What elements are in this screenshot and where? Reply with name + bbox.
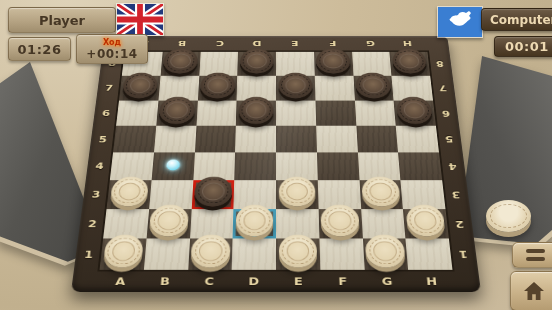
file-label-c: C [200, 36, 238, 52]
square-g3[interactable] [359, 180, 403, 209]
player-clock: 01:26 [8, 37, 71, 61]
square-h2[interactable] [403, 209, 449, 239]
file-label-e: E [276, 36, 314, 52]
rank-label-7: 7 [430, 76, 456, 101]
computer-name-bar: Computer [481, 8, 552, 31]
square-d5[interactable] [235, 126, 276, 153]
file-labels-top: ABCDEFGH [125, 36, 428, 52]
black-piece-e7[interactable] [278, 72, 313, 98]
square-h1[interactable] [406, 239, 453, 270]
square-e5[interactable] [276, 126, 317, 153]
square-g1[interactable] [362, 239, 408, 270]
square-g6[interactable] [354, 100, 395, 126]
board: ABCDEFGH ABCDEFGH 87654321 87654321 [71, 36, 481, 292]
square-h6[interactable] [394, 100, 436, 126]
rank-label-3: 3 [82, 180, 110, 209]
player-name-bar: Player [8, 7, 116, 33]
board-frame: ABCDEFGH ABCDEFGH 87654321 87654321 [71, 36, 481, 292]
square-c5[interactable] [195, 126, 237, 153]
player-flag-united-kingdom [116, 3, 164, 36]
square-b1[interactable] [144, 239, 190, 270]
black-piece-c3[interactable] [194, 177, 232, 207]
square-a5[interactable] [113, 126, 156, 153]
white-piece-a3[interactable] [109, 177, 149, 207]
square-e3[interactable] [276, 180, 318, 209]
square-e6[interactable] [276, 100, 316, 126]
square-b6[interactable] [156, 100, 197, 126]
square-h4[interactable] [398, 152, 442, 180]
rank-label-3: 3 [442, 180, 470, 209]
square-f2[interactable] [318, 209, 362, 239]
square-f1[interactable] [319, 239, 364, 270]
square-c1[interactable] [188, 239, 233, 270]
square-d6[interactable] [236, 100, 276, 126]
black-piece-b6[interactable] [159, 97, 196, 124]
menu-icon [526, 249, 545, 261]
square-h5[interactable] [396, 126, 439, 153]
square-e1[interactable] [276, 239, 320, 270]
square-c3[interactable] [191, 180, 234, 209]
square-d2[interactable] [233, 209, 276, 239]
black-piece-f8[interactable] [316, 49, 351, 74]
computer-clock-time: 00:01 [505, 39, 549, 54]
home-button[interactable] [510, 271, 552, 310]
move-timer-box: Ход +00:14 [76, 34, 148, 64]
file-label-f: F [320, 270, 365, 292]
square-c7[interactable] [198, 76, 238, 101]
square-b4[interactable] [151, 152, 194, 180]
square-f7[interactable] [315, 76, 355, 101]
white-piece-c1[interactable] [191, 235, 231, 267]
black-piece-b8[interactable] [163, 49, 198, 74]
square-d8[interactable] [237, 52, 276, 76]
computer-name: Computer [490, 13, 552, 27]
square-d4[interactable] [234, 152, 276, 180]
move-timer-value: +00:14 [86, 48, 137, 60]
rank-label-1: 1 [74, 239, 103, 270]
square-f8[interactable] [314, 52, 353, 76]
file-label-g: G [351, 36, 390, 52]
white-piece-d2[interactable] [235, 205, 273, 236]
file-label-h: H [408, 270, 455, 292]
square-g5[interactable] [356, 126, 398, 153]
computer-clock: 00:01 [494, 36, 552, 57]
file-labels-bottom: ABCDEFGH [97, 270, 455, 292]
square-h8[interactable] [390, 52, 431, 76]
black-piece-a7[interactable] [122, 72, 159, 98]
rank-label-5: 5 [89, 126, 116, 153]
move-label: Ход [103, 39, 121, 47]
white-piece-h2[interactable] [405, 205, 446, 236]
black-piece-h8[interactable] [392, 49, 428, 74]
rank-label-4: 4 [86, 152, 113, 180]
square-a1[interactable] [100, 239, 147, 270]
square-g7[interactable] [353, 76, 394, 101]
rank-label-1: 1 [449, 239, 478, 270]
file-label-e: E [276, 270, 321, 292]
white-piece-b2[interactable] [149, 205, 189, 236]
square-e7[interactable] [276, 76, 315, 101]
rank-label-7: 7 [96, 76, 122, 101]
file-label-b: B [142, 270, 188, 292]
black-piece-h6[interactable] [396, 97, 433, 124]
rank-label-5: 5 [436, 126, 463, 153]
file-label-c: C [187, 270, 232, 292]
square-b2[interactable] [146, 209, 191, 239]
captured-white-piece [486, 200, 531, 232]
rank-label-6: 6 [433, 100, 459, 126]
black-piece-c7[interactable] [200, 72, 235, 98]
file-label-d: D [231, 270, 276, 292]
rank-label-4: 4 [439, 152, 466, 180]
player-name: Player [39, 13, 85, 28]
white-piece-g3[interactable] [361, 177, 400, 207]
black-piece-g7[interactable] [355, 72, 391, 98]
square-b5[interactable] [154, 126, 196, 153]
white-piece-e3[interactable] [278, 177, 315, 207]
black-piece-d8[interactable] [240, 49, 274, 74]
rank-label-2: 2 [445, 209, 474, 239]
board-grid [100, 52, 453, 270]
menu-button[interactable] [512, 242, 552, 268]
player-clock-time: 01:26 [18, 42, 62, 57]
square-f5[interactable] [316, 126, 358, 153]
game-screen: ABCDEFGH ABCDEFGH 87654321 87654321 Play… [0, 0, 552, 310]
black-piece-d6[interactable] [238, 97, 273, 124]
square-f6[interactable] [315, 100, 356, 126]
file-label-a: A [97, 270, 144, 292]
home-icon [522, 279, 546, 303]
rank-label-8: 8 [427, 52, 452, 76]
move-target-dot[interactable] [166, 159, 181, 170]
rank-label-6: 6 [93, 100, 119, 126]
square-a7[interactable] [119, 76, 160, 101]
file-label-g: G [364, 270, 410, 292]
square-d1[interactable] [232, 239, 276, 270]
square-a3[interactable] [107, 180, 152, 209]
rank-label-2: 2 [78, 209, 107, 239]
square-f4[interactable] [317, 152, 359, 180]
square-c6[interactable] [196, 100, 237, 126]
white-piece-g1[interactable] [365, 235, 406, 267]
white-piece-e1[interactable] [279, 235, 318, 267]
white-piece-a1[interactable] [102, 235, 144, 267]
square-a6[interactable] [116, 100, 158, 126]
white-piece-f2[interactable] [321, 205, 360, 236]
square-b8[interactable] [160, 52, 200, 76]
computer-flag-antarctica [437, 6, 483, 38]
